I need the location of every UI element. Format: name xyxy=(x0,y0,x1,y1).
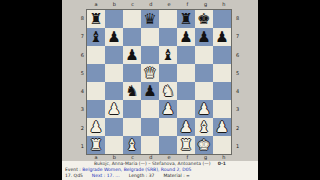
material-balance: Material : = xyxy=(163,173,189,179)
piece-black-queen: ♛ xyxy=(141,10,159,28)
piece-white-rook: ♜ xyxy=(87,136,105,154)
square-c3[interactable] xyxy=(123,100,141,118)
piece-white-bishop: ♝ xyxy=(195,118,213,136)
black-player-name: Stefanova, Antoaneta xyxy=(152,161,201,166)
file-label: a xyxy=(87,154,105,161)
piece-white-king: ♚ xyxy=(195,136,213,154)
event-label: Event : xyxy=(65,167,81,172)
letterbox-right xyxy=(258,0,320,180)
last-move-text: 17. Qd5 xyxy=(65,173,83,179)
rank-label: 2 xyxy=(236,119,245,137)
square-g7[interactable]: ♟ xyxy=(195,28,213,46)
white-player-name: Bukojc, Anna-Maria xyxy=(94,161,137,166)
rank-labels-left: 87654321 xyxy=(75,9,84,155)
rank-label: 4 xyxy=(75,82,84,100)
square-h4[interactable] xyxy=(213,82,231,100)
square-a7[interactable]: ♝ xyxy=(87,28,105,46)
status-line: 17. Qd5 Next : 17. … Length : 37 Materia… xyxy=(62,173,258,179)
square-e8[interactable] xyxy=(159,10,177,28)
piece-white-pawn: ♟ xyxy=(177,118,195,136)
next-move-link[interactable]: Next : 17. … xyxy=(92,173,120,179)
file-label: b xyxy=(105,1,123,8)
square-b4[interactable] xyxy=(105,82,123,100)
square-f5[interactable] xyxy=(177,64,195,82)
file-label: d xyxy=(142,154,160,161)
piece-black-bishop: ♝ xyxy=(159,46,177,64)
file-label: f xyxy=(178,1,196,8)
piece-white-pawn: ♟ xyxy=(213,118,231,136)
rank-label: 7 xyxy=(236,27,245,45)
square-c1[interactable]: ♝ xyxy=(123,136,141,154)
square-f6[interactable] xyxy=(177,46,195,64)
square-g6[interactable] xyxy=(195,46,213,64)
file-label: g xyxy=(197,1,215,8)
letterbox-left xyxy=(0,0,62,180)
square-a8[interactable]: ♜ xyxy=(87,10,105,28)
piece-white-pawn: ♟ xyxy=(105,100,123,118)
file-label: b xyxy=(105,154,123,161)
square-d7[interactable] xyxy=(141,28,159,46)
square-d5[interactable]: ♛ xyxy=(141,64,159,82)
square-h1[interactable] xyxy=(213,136,231,154)
square-f2[interactable]: ♟ xyxy=(177,118,195,136)
square-b6[interactable] xyxy=(105,46,123,64)
file-label: g xyxy=(197,154,215,161)
square-a1[interactable]: ♜ xyxy=(87,136,105,154)
square-a3[interactable] xyxy=(87,100,105,118)
piece-white-pawn: ♟ xyxy=(159,100,177,118)
square-e7[interactable] xyxy=(159,28,177,46)
rank-label: 3 xyxy=(75,100,84,118)
file-labels-bottom: abcdefgh xyxy=(87,154,233,161)
file-label: f xyxy=(178,154,196,161)
file-label: h xyxy=(215,154,233,161)
square-f3[interactable] xyxy=(177,100,195,118)
square-g2[interactable]: ♝ xyxy=(195,118,213,136)
file-label: e xyxy=(160,1,178,8)
rank-label: 5 xyxy=(75,64,84,82)
square-b3[interactable]: ♟ xyxy=(105,100,123,118)
file-label: a xyxy=(87,1,105,8)
chess-viewer-panel: abcdefgh 87654321 87654321 abcdefgh ♜♛♜♚… xyxy=(62,0,258,180)
square-d8[interactable]: ♛ xyxy=(141,10,159,28)
square-c2[interactable] xyxy=(123,118,141,136)
square-a5[interactable] xyxy=(87,64,105,82)
piece-white-bishop: ♝ xyxy=(123,136,141,154)
game-length: Length : 37 xyxy=(129,173,155,179)
rank-label: 8 xyxy=(75,9,84,27)
rank-label: 2 xyxy=(75,119,84,137)
rank-label: 5 xyxy=(236,64,245,82)
piece-black-pawn: ♟ xyxy=(213,28,231,46)
piece-black-pawn: ♟ xyxy=(105,28,123,46)
square-h6[interactable] xyxy=(213,46,231,64)
white-player-elo: (—) xyxy=(139,161,147,166)
square-h5[interactable] xyxy=(213,64,231,82)
square-e3[interactable]: ♟ xyxy=(159,100,177,118)
piece-black-knight: ♞ xyxy=(123,82,141,100)
square-e4[interactable]: ♞ xyxy=(159,82,177,100)
square-b2[interactable] xyxy=(105,118,123,136)
rank-label: 7 xyxy=(75,27,84,45)
piece-black-pawn: ♟ xyxy=(141,82,159,100)
rank-label: 8 xyxy=(236,9,245,27)
square-d3[interactable] xyxy=(141,100,159,118)
file-label: h xyxy=(215,1,233,8)
piece-black-pawn: ♟ xyxy=(177,28,195,46)
piece-white-rook: ♜ xyxy=(177,136,195,154)
square-f8[interactable]: ♜ xyxy=(177,10,195,28)
square-d1[interactable] xyxy=(141,136,159,154)
square-h7[interactable]: ♟ xyxy=(213,28,231,46)
game-caption-panel: Bukojc, Anna-Maria (—) – Stefanova, Anto… xyxy=(62,161,258,180)
square-h2[interactable]: ♟ xyxy=(213,118,231,136)
piece-black-bishop: ♝ xyxy=(87,28,105,46)
file-labels-top: abcdefgh xyxy=(87,1,233,8)
square-h3[interactable] xyxy=(213,100,231,118)
square-g5[interactable] xyxy=(195,64,213,82)
square-h8[interactable] xyxy=(213,10,231,28)
square-d4[interactable]: ♟ xyxy=(141,82,159,100)
chess-board: ♜♛♜♚♝♟♟♟♟♟♝♛♞♟♞♟♟♟♟♟♝♟♜♝♜♚ xyxy=(86,9,232,155)
square-b1[interactable] xyxy=(105,136,123,154)
piece-black-pawn: ♟ xyxy=(123,46,141,64)
square-g3[interactable]: ♟ xyxy=(195,100,213,118)
file-label: c xyxy=(124,154,142,161)
piece-black-king: ♚ xyxy=(195,10,213,28)
square-c7[interactable] xyxy=(123,28,141,46)
square-a6[interactable] xyxy=(87,46,105,64)
square-b5[interactable] xyxy=(105,64,123,82)
rank-label: 1 xyxy=(236,137,245,155)
piece-white-queen: ♛ xyxy=(141,64,159,82)
square-a4[interactable] xyxy=(87,82,105,100)
square-f7[interactable]: ♟ xyxy=(177,28,195,46)
square-e6[interactable]: ♝ xyxy=(159,46,177,64)
square-g8[interactable]: ♚ xyxy=(195,10,213,28)
file-label: c xyxy=(124,1,142,8)
square-e2[interactable] xyxy=(159,118,177,136)
piece-black-rook: ♜ xyxy=(87,10,105,28)
rank-label: 3 xyxy=(236,100,245,118)
square-b7[interactable]: ♟ xyxy=(105,28,123,46)
square-f1[interactable]: ♜ xyxy=(177,136,195,154)
piece-black-pawn: ♟ xyxy=(195,28,213,46)
square-a2[interactable]: ♟ xyxy=(87,118,105,136)
piece-white-pawn: ♟ xyxy=(195,100,213,118)
rank-label: 4 xyxy=(236,82,245,100)
square-c4[interactable]: ♞ xyxy=(123,82,141,100)
square-e1[interactable] xyxy=(159,136,177,154)
piece-white-pawn: ♟ xyxy=(87,118,105,136)
square-f4[interactable] xyxy=(177,82,195,100)
game-result: 0-1 xyxy=(218,161,226,166)
piece-black-rook: ♜ xyxy=(177,10,195,28)
event-link[interactable]: Belgrade Women, Belgrade (SRB), Round 2,… xyxy=(82,167,191,172)
rank-labels-right: 87654321 xyxy=(236,9,245,155)
square-d6[interactable] xyxy=(141,46,159,64)
square-c5[interactable] xyxy=(123,64,141,82)
square-c6[interactable]: ♟ xyxy=(123,46,141,64)
square-b8[interactable] xyxy=(105,10,123,28)
rank-label: 1 xyxy=(75,137,84,155)
square-g1[interactable]: ♚ xyxy=(195,136,213,154)
square-e5[interactable] xyxy=(159,64,177,82)
square-d2[interactable] xyxy=(141,118,159,136)
square-c8[interactable] xyxy=(123,10,141,28)
file-label: d xyxy=(142,1,160,8)
file-label: e xyxy=(160,154,178,161)
rank-label: 6 xyxy=(75,46,84,64)
black-player-elo: (—) xyxy=(202,161,210,166)
square-g4[interactable] xyxy=(195,82,213,100)
piece-white-knight: ♞ xyxy=(159,82,177,100)
rank-label: 6 xyxy=(236,46,245,64)
players-separator: – xyxy=(148,161,150,166)
